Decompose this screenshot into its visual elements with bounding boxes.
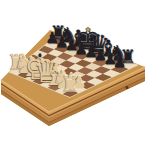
pieces-layer: ♜♞♝♛♚♝♞♜♟♟♟♟♟♟♟♟♟♟♟♟♟♟♟♟♜♞♝♛♚♝♞♜ (0, 0, 150, 150)
black-pawn[interactable]: ♟ (113, 56, 127, 71)
chess-set-photo: ♜♞♝♛♚♝♞♜♟♟♟♟♟♟♟♟♟♟♟♟♟♟♟♟♜♞♝♛♚♝♞♜ (0, 0, 150, 150)
white-rook[interactable]: ♜ (61, 74, 80, 95)
